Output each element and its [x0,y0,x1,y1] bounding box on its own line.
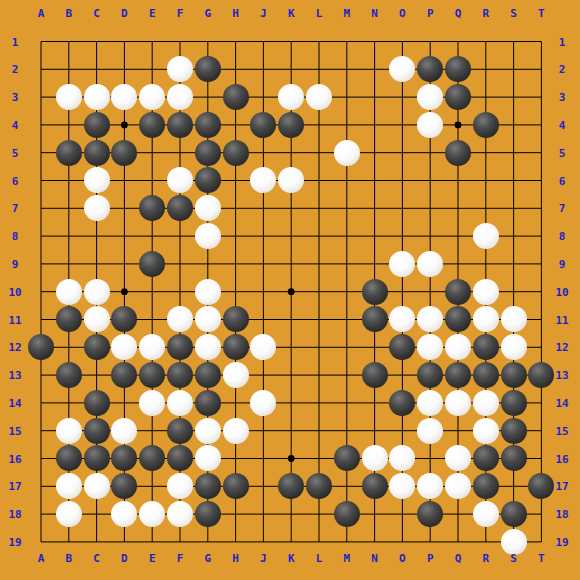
row-label-right: 10 [555,285,568,298]
col-label-bottom: T [538,552,545,565]
black-stone [334,445,360,471]
white-stone [167,167,193,193]
col-label-bottom: S [510,552,517,565]
row-label-right: 8 [559,230,566,243]
white-stone [167,390,193,416]
col-label-top: Q [455,7,462,20]
black-stone [473,445,499,471]
white-stone [501,334,527,360]
row-label-right: 5 [559,146,566,159]
row-label-right: 7 [559,202,566,215]
black-stone [417,56,443,82]
white-stone [139,390,165,416]
black-stone [195,473,221,499]
col-label-top: E [149,7,156,20]
black-stone [223,140,249,166]
row-label-right: 11 [555,313,568,326]
col-label-top: T [538,7,545,20]
col-label-top: B [65,7,72,20]
white-stone [223,362,249,388]
black-stone [195,140,221,166]
row-label-right: 6 [559,174,566,187]
row-label-left: 5 [12,146,19,159]
white-stone [56,473,82,499]
black-stone [473,112,499,138]
black-stone [306,473,332,499]
row-label-left: 8 [12,230,19,243]
black-stone [417,501,443,527]
stones-layer[interactable] [27,28,555,556]
col-label-bottom: P [427,552,434,565]
white-stone [167,84,193,110]
white-stone [445,445,471,471]
go-board[interactable]: AABBCCDDEEFFGGHHJJKKLLMMNNOOPPQQRRSSTT11… [0,0,580,580]
white-stone [195,306,221,332]
white-stone [445,473,471,499]
row-label-left: 3 [12,91,19,104]
row-label-left: 9 [12,257,19,270]
white-stone [139,501,165,527]
black-stone [501,501,527,527]
white-stone [84,167,110,193]
white-stone [389,251,415,277]
col-label-top: N [371,7,378,20]
white-stone [167,473,193,499]
black-stone [417,362,443,388]
black-stone [84,334,110,360]
row-label-left: 1 [12,35,19,48]
col-label-bottom: N [371,552,378,565]
white-stone [445,390,471,416]
black-stone [501,418,527,444]
white-stone [167,56,193,82]
white-stone [501,306,527,332]
row-label-right: 4 [559,118,566,131]
col-label-top: K [288,7,295,20]
col-label-top: H [232,7,239,20]
white-stone [84,84,110,110]
white-stone [278,84,304,110]
col-label-bottom: E [149,552,156,565]
black-stone [445,362,471,388]
white-stone [417,418,443,444]
row-label-right: 9 [559,257,566,270]
black-stone [195,56,221,82]
white-stone [417,112,443,138]
white-stone [250,390,276,416]
black-stone [167,112,193,138]
col-label-bottom: A [38,552,45,565]
col-label-bottom: O [399,552,406,565]
black-stone [139,251,165,277]
white-stone [84,279,110,305]
white-stone [306,84,332,110]
col-label-top: J [260,7,267,20]
black-stone [56,362,82,388]
black-stone [278,112,304,138]
white-stone [111,334,137,360]
row-label-right: 14 [555,396,568,409]
col-label-top: P [427,7,434,20]
black-stone [28,334,54,360]
black-stone [501,362,527,388]
white-stone [195,195,221,221]
white-stone [139,334,165,360]
white-stone [56,501,82,527]
black-stone [445,279,471,305]
row-label-left: 2 [12,63,19,76]
row-label-left: 4 [12,118,19,131]
black-stone [111,140,137,166]
black-stone [84,390,110,416]
white-stone [139,84,165,110]
black-stone [473,362,499,388]
black-stone [195,112,221,138]
black-stone [111,445,137,471]
row-label-left: 13 [8,369,21,382]
white-stone [195,223,221,249]
white-stone [56,84,82,110]
white-stone [417,334,443,360]
black-stone [84,140,110,166]
black-stone [223,334,249,360]
row-label-right: 16 [555,452,568,465]
white-stone [167,501,193,527]
black-stone [501,390,527,416]
black-stone [195,362,221,388]
black-stone [223,84,249,110]
black-stone [167,445,193,471]
white-stone [111,84,137,110]
white-stone [473,390,499,416]
white-stone [473,223,499,249]
col-label-top: O [399,7,406,20]
white-stone [389,306,415,332]
black-stone [139,362,165,388]
col-label-top: S [510,7,517,20]
col-label-bottom: Q [455,552,462,565]
col-label-bottom: B [65,552,72,565]
black-stone [528,362,554,388]
col-label-top: F [177,7,184,20]
white-stone [250,167,276,193]
white-stone [389,56,415,82]
col-label-bottom: H [232,552,239,565]
white-stone [195,334,221,360]
black-stone [501,445,527,471]
black-stone [167,362,193,388]
black-stone [362,473,388,499]
white-stone [84,306,110,332]
white-stone [111,418,137,444]
col-label-bottom: L [316,552,323,565]
black-stone [111,306,137,332]
black-stone [528,473,554,499]
col-label-top: G [204,7,211,20]
black-stone [362,279,388,305]
black-stone [167,418,193,444]
row-label-right: 13 [555,369,568,382]
row-label-right: 1 [559,35,566,48]
row-label-right: 15 [555,424,568,437]
row-label-right: 2 [559,63,566,76]
white-stone [473,418,499,444]
black-stone [195,501,221,527]
white-stone [84,195,110,221]
row-label-left: 10 [8,285,21,298]
black-stone [362,362,388,388]
black-stone [389,390,415,416]
white-stone [111,501,137,527]
white-stone [473,501,499,527]
black-stone [445,56,471,82]
row-label-right: 17 [555,480,568,493]
black-stone [195,390,221,416]
white-stone [195,445,221,471]
black-stone [445,84,471,110]
col-label-bottom: R [482,552,489,565]
black-stone [84,418,110,444]
white-stone [389,473,415,499]
black-stone [362,306,388,332]
black-stone [56,445,82,471]
row-label-left: 17 [8,480,21,493]
row-label-left: 12 [8,341,21,354]
col-label-top: D [121,7,128,20]
black-stone [139,195,165,221]
col-label-bottom: G [204,552,211,565]
black-stone [195,167,221,193]
row-label-right: 18 [555,508,568,521]
white-stone [417,473,443,499]
white-stone [195,279,221,305]
black-stone [223,473,249,499]
row-label-left: 7 [12,202,19,215]
col-label-top: L [316,7,323,20]
black-stone [56,140,82,166]
row-label-right: 3 [559,91,566,104]
row-label-left: 16 [8,452,21,465]
white-stone [473,306,499,332]
black-stone [389,334,415,360]
white-stone [278,167,304,193]
row-label-left: 15 [8,424,21,437]
black-stone [473,473,499,499]
row-label-right: 19 [555,535,568,548]
black-stone [334,501,360,527]
black-stone [445,140,471,166]
row-label-left: 11 [8,313,21,326]
black-stone [167,195,193,221]
white-stone [417,84,443,110]
black-stone [278,473,304,499]
col-label-bottom: M [343,552,350,565]
col-label-bottom: K [288,552,295,565]
col-label-top: R [482,7,489,20]
white-stone [417,251,443,277]
col-label-bottom: C [93,552,100,565]
row-label-left: 18 [8,508,21,521]
white-stone [362,445,388,471]
row-label-left: 6 [12,174,19,187]
black-stone [111,362,137,388]
white-stone [417,306,443,332]
white-stone [417,390,443,416]
row-label-left: 14 [8,396,21,409]
col-label-bottom: D [121,552,128,565]
white-stone [334,140,360,166]
white-stone [473,279,499,305]
white-stone [56,279,82,305]
row-label-right: 12 [555,341,568,354]
col-label-bottom: J [260,552,267,565]
white-stone [223,418,249,444]
black-stone [56,306,82,332]
white-stone [389,445,415,471]
white-stone [167,306,193,332]
black-stone [111,473,137,499]
black-stone [139,445,165,471]
col-label-top: M [343,7,350,20]
white-stone [250,334,276,360]
col-label-bottom: F [177,552,184,565]
black-stone [84,445,110,471]
row-label-left: 19 [8,535,21,548]
black-stone [445,306,471,332]
white-stone [445,334,471,360]
black-stone [84,112,110,138]
black-stone [139,112,165,138]
white-stone [195,418,221,444]
white-stone [84,473,110,499]
black-stone [473,334,499,360]
black-stone [167,334,193,360]
black-stone [223,306,249,332]
col-label-top: C [93,7,100,20]
col-label-top: A [38,7,45,20]
white-stone [56,418,82,444]
black-stone [250,112,276,138]
